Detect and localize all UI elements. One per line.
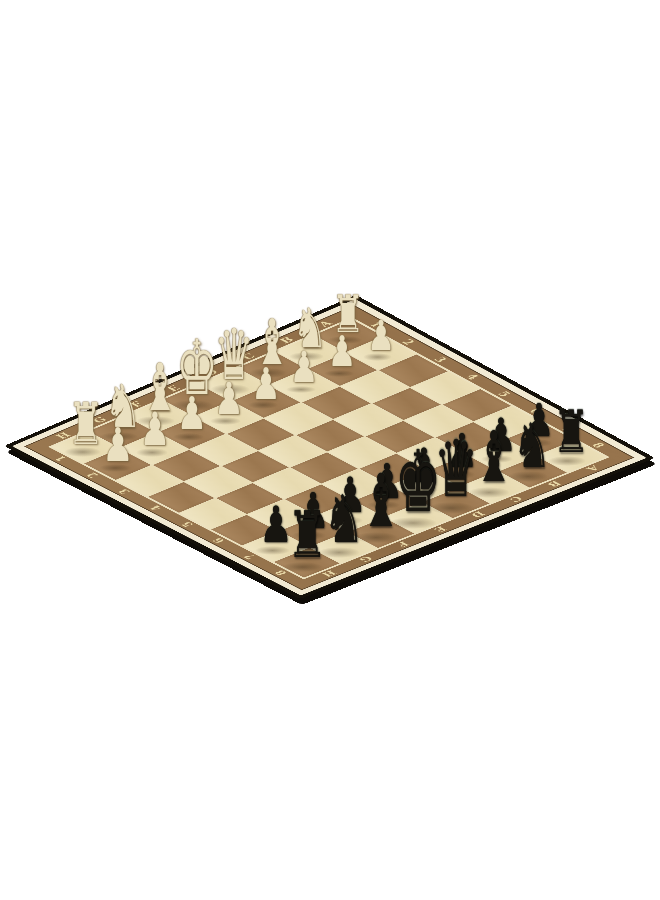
black-knight-glyph: ♞ — [323, 487, 364, 553]
black-rook-glyph: ♜ — [552, 403, 589, 461]
white-pawn-glyph: ♟ — [103, 422, 134, 468]
black-bishop-glyph: ♝ — [473, 423, 514, 493]
black-knight-glyph: ♞ — [513, 416, 552, 477]
black-bishop-glyph: ♝ — [359, 465, 401, 538]
white-rook-glyph: ♜ — [68, 394, 104, 452]
white-pawn-glyph: ♟ — [290, 347, 319, 390]
pieces-layer: ♜♞♟♝♟♛♟♚♟♝♟♞♟♟♜♟♟♜♟♟♞♟♝♟♛♟♚♟♝♟♞♜ — [0, 0, 660, 900]
black-rook-glyph: ♜ — [287, 504, 327, 568]
white-pawn-glyph: ♟ — [177, 392, 207, 437]
white-pawn-glyph: ♟ — [139, 407, 170, 453]
white-pawn-glyph: ♟ — [214, 377, 244, 421]
white-pawn-glyph: ♟ — [367, 316, 395, 358]
product-photo: AABBCCDDEEFFGGHH1122334455667788 ♜♞♟♝♟♛♟… — [0, 0, 660, 900]
white-pawn-glyph: ♟ — [252, 362, 281, 406]
white-pawn-glyph: ♟ — [328, 331, 357, 373]
